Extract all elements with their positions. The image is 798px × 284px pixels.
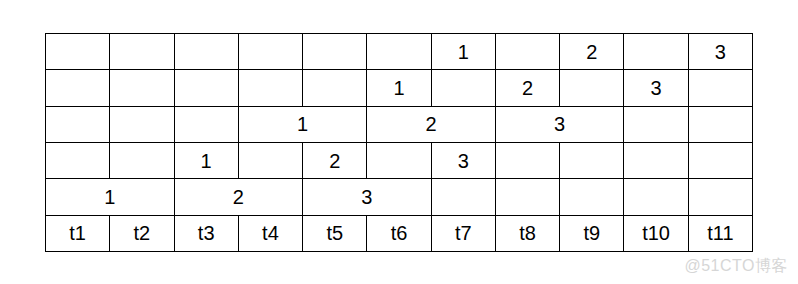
cell-r1-c6	[367, 34, 431, 70]
cell-r2-c7	[432, 70, 496, 106]
cell-r1-c2	[110, 34, 174, 70]
cell-r2-1: 1	[367, 70, 431, 106]
cell-r2-c11	[689, 70, 753, 106]
cell-r3-3: 3	[496, 107, 625, 143]
cell-r4-c8	[496, 143, 560, 179]
cell-r4-c11	[689, 143, 753, 179]
cell-r1-c10	[624, 34, 688, 70]
page: 123123123123123t1t2t3t4t5t6t7t8t9t10t11 …	[0, 0, 798, 284]
cell-r4-c9	[560, 143, 624, 179]
cell-r5-c6	[560, 179, 624, 215]
cell-r2-c9	[560, 70, 624, 106]
cell-r1-c1	[46, 34, 110, 70]
cell-r6-t4: t4	[239, 216, 303, 252]
cell-r4-3: 3	[432, 143, 496, 179]
cell-r5-1: 1	[46, 179, 175, 215]
cell-r1-c4	[239, 34, 303, 70]
cell-r6-t6: t6	[367, 216, 431, 252]
cell-r3-c1	[46, 107, 110, 143]
cell-r3-c3	[175, 107, 239, 143]
cell-r5-c5	[496, 179, 560, 215]
cell-r1-c3	[175, 34, 239, 70]
cell-r2-c5	[303, 70, 367, 106]
cell-r2-c4	[239, 70, 303, 106]
cell-r3-2: 2	[367, 107, 496, 143]
watermark: @51CTO博客	[684, 256, 788, 277]
cell-r3-c7	[624, 107, 688, 143]
cell-r6-t9: t9	[560, 216, 624, 252]
cell-r5-3: 3	[303, 179, 432, 215]
cell-r4-2: 2	[303, 143, 367, 179]
cell-r5-c7	[624, 179, 688, 215]
cell-r1-c8	[496, 34, 560, 70]
cell-r6-t2: t2	[110, 216, 174, 252]
cell-r6-t1: t1	[46, 216, 110, 252]
cell-r6-t5: t5	[303, 216, 367, 252]
cell-r2-c3	[175, 70, 239, 106]
cell-r4-1: 1	[175, 143, 239, 179]
cell-r4-c1	[46, 143, 110, 179]
cell-r2-3: 3	[624, 70, 688, 106]
cell-r2-2: 2	[496, 70, 560, 106]
cell-r4-c6	[367, 143, 431, 179]
cell-r6-t11: t11	[689, 216, 753, 252]
cell-r5-2: 2	[175, 179, 304, 215]
cell-r4-c4	[239, 143, 303, 179]
cell-r6-t3: t3	[175, 216, 239, 252]
cell-r3-c2	[110, 107, 174, 143]
cell-r1-3: 3	[689, 34, 753, 70]
cell-r1-c5	[303, 34, 367, 70]
cell-r6-t7: t7	[432, 216, 496, 252]
cell-r1-2: 2	[560, 34, 624, 70]
cell-r2-c2	[110, 70, 174, 106]
cell-r1-1: 1	[432, 34, 496, 70]
cell-r3-c8	[689, 107, 753, 143]
cell-r5-c8	[689, 179, 753, 215]
cell-r6-t10: t10	[624, 216, 688, 252]
cell-r4-c2	[110, 143, 174, 179]
cell-r4-c10	[624, 143, 688, 179]
cell-r2-c1	[46, 70, 110, 106]
cell-r5-c4	[432, 179, 496, 215]
timing-grid: 123123123123123t1t2t3t4t5t6t7t8t9t10t11	[45, 33, 753, 252]
cell-r6-t8: t8	[496, 216, 560, 252]
cell-r3-1: 1	[239, 107, 368, 143]
